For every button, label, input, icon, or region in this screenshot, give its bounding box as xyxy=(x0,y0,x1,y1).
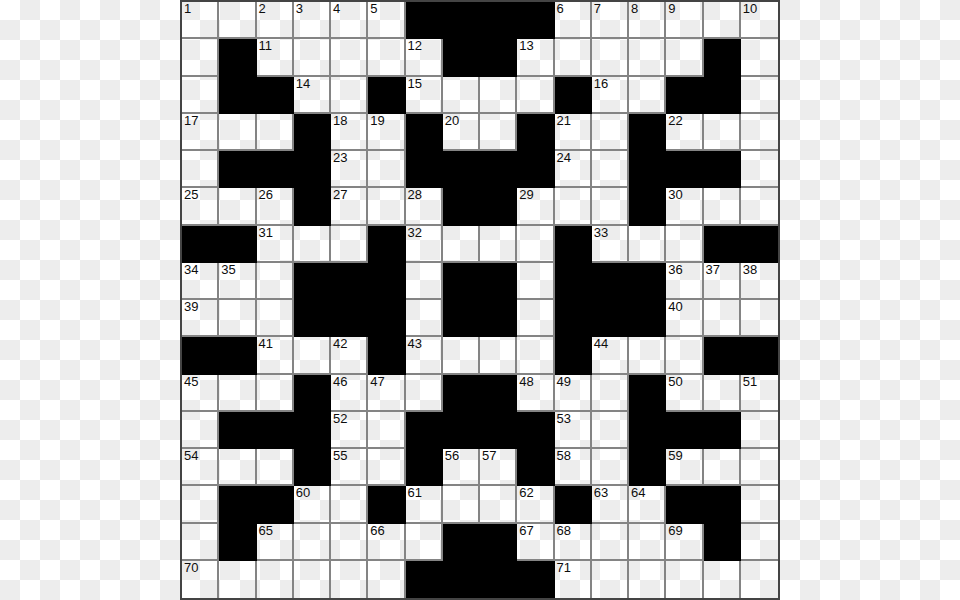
clue-number-17: 17 xyxy=(184,114,198,129)
black-cell-r14c6 xyxy=(368,486,405,523)
cell-r10c9[interactable] xyxy=(480,337,517,374)
black-cell-r12c13 xyxy=(629,412,666,449)
cell-r13c5[interactable]: 55 xyxy=(331,449,368,486)
cell-r5c16[interactable] xyxy=(741,151,778,188)
cell-r15c7[interactable] xyxy=(406,524,443,561)
cell-r7c13[interactable] xyxy=(629,226,666,263)
black-cell-r3c2 xyxy=(219,77,256,114)
cell-r3c16[interactable] xyxy=(741,77,778,114)
black-cell-r12c10 xyxy=(517,412,554,449)
black-cell-r13c7 xyxy=(406,449,443,486)
black-cell-r11c13 xyxy=(629,375,666,412)
clue-number-52: 52 xyxy=(333,412,347,427)
cell-r3c9[interactable] xyxy=(480,77,517,114)
cell-r5c1[interactable] xyxy=(182,151,219,188)
cell-r15c10[interactable]: 67 xyxy=(517,524,554,561)
clue-number-9: 9 xyxy=(668,2,675,17)
black-cell-r8c13 xyxy=(629,263,666,300)
black-cell-r5c10 xyxy=(517,151,554,188)
black-cell-r5c2 xyxy=(219,151,256,188)
cell-r16c12[interactable] xyxy=(592,561,629,598)
cell-r15c11[interactable]: 68 xyxy=(555,524,592,561)
clue-number-16: 16 xyxy=(594,77,608,92)
clue-number-45: 45 xyxy=(184,375,198,390)
cell-r1c13[interactable]: 8 xyxy=(629,2,666,39)
clue-number-33: 33 xyxy=(594,226,608,241)
cell-r16c14[interactable] xyxy=(666,561,703,598)
clue-number-8: 8 xyxy=(631,2,638,17)
cell-r6c6[interactable] xyxy=(368,188,405,225)
clue-number-26: 26 xyxy=(259,188,273,203)
clue-number-21: 21 xyxy=(557,114,571,129)
black-cell-r7c16 xyxy=(741,226,778,263)
cell-r2c4[interactable] xyxy=(294,39,331,76)
cell-r16c6[interactable] xyxy=(368,561,405,598)
cell-r12c16[interactable] xyxy=(741,412,778,449)
cell-r12c11[interactable]: 53 xyxy=(555,412,592,449)
black-cell-r4c4 xyxy=(294,114,331,151)
cell-r7c12[interactable]: 33 xyxy=(592,226,629,263)
clue-number-46: 46 xyxy=(333,375,347,390)
clue-number-15: 15 xyxy=(408,77,422,92)
cell-r10c10[interactable] xyxy=(517,337,554,374)
cell-r14c16[interactable] xyxy=(741,486,778,523)
clue-number-56: 56 xyxy=(445,449,459,464)
black-cell-r1c10 xyxy=(517,2,554,39)
cell-r13c9[interactable]: 57 xyxy=(480,449,517,486)
cell-r15c3[interactable]: 65 xyxy=(257,524,294,561)
cell-r14c13[interactable]: 64 xyxy=(629,486,666,523)
cell-r13c14[interactable]: 59 xyxy=(666,449,703,486)
cell-r5c5[interactable]: 23 xyxy=(331,151,368,188)
black-cell-r12c4 xyxy=(294,412,331,449)
clue-number-59: 59 xyxy=(668,449,682,464)
black-cell-r12c2 xyxy=(219,412,256,449)
cell-r4c15[interactable] xyxy=(704,114,741,151)
clue-number-1: 1 xyxy=(184,2,191,17)
cell-r6c11[interactable] xyxy=(555,188,592,225)
cell-r5c6[interactable] xyxy=(368,151,405,188)
clue-number-47: 47 xyxy=(370,375,384,390)
clue-number-30: 30 xyxy=(668,188,682,203)
clue-number-22: 22 xyxy=(668,114,682,129)
cell-r14c10[interactable]: 62 xyxy=(517,486,554,523)
black-cell-r10c16 xyxy=(741,337,778,374)
clue-number-58: 58 xyxy=(557,449,571,464)
black-cell-r7c6 xyxy=(368,226,405,263)
black-cell-r16c9 xyxy=(480,561,517,598)
clue-number-64: 64 xyxy=(631,486,645,501)
clue-number-28: 28 xyxy=(408,188,422,203)
clue-number-29: 29 xyxy=(519,188,533,203)
cell-r2c10[interactable]: 13 xyxy=(517,39,554,76)
cell-r1c11[interactable]: 6 xyxy=(555,2,592,39)
black-cell-r11c4 xyxy=(294,375,331,412)
cell-r15c1[interactable] xyxy=(182,524,219,561)
clue-number-62: 62 xyxy=(519,486,533,501)
cell-r9c10[interactable] xyxy=(517,300,554,337)
cell-r9c2[interactable] xyxy=(219,300,256,337)
clue-number-55: 55 xyxy=(333,449,347,464)
cell-r11c6[interactable]: 47 xyxy=(368,375,405,412)
clue-number-23: 23 xyxy=(333,151,347,166)
cell-r8c7[interactable] xyxy=(406,263,443,300)
page-background: { "game": "crossword", "board": { "rows"… xyxy=(0,0,960,600)
cell-r8c1[interactable]: 34 xyxy=(182,263,219,300)
cell-r4c12[interactable] xyxy=(592,114,629,151)
cell-r6c15[interactable] xyxy=(704,188,741,225)
black-cell-r1c9 xyxy=(480,2,517,39)
cell-r8c15[interactable]: 37 xyxy=(704,263,741,300)
cell-r11c11[interactable]: 49 xyxy=(555,375,592,412)
cell-r14c4[interactable]: 60 xyxy=(294,486,331,523)
black-cell-r13c10 xyxy=(517,449,554,486)
cell-r4c2[interactable] xyxy=(219,114,256,151)
clue-number-20: 20 xyxy=(445,114,459,129)
cell-r6c3[interactable]: 26 xyxy=(257,188,294,225)
black-cell-r16c10 xyxy=(517,561,554,598)
cell-r10c12[interactable]: 44 xyxy=(592,337,629,374)
cell-r3c5[interactable] xyxy=(331,77,368,114)
cell-r7c8[interactable] xyxy=(443,226,480,263)
clue-number-57: 57 xyxy=(482,449,496,464)
cell-r9c1[interactable]: 39 xyxy=(182,300,219,337)
black-cell-r12c15 xyxy=(704,412,741,449)
cell-r1c2[interactable] xyxy=(219,2,256,39)
cell-r11c7[interactable] xyxy=(406,375,443,412)
black-cell-r15c9 xyxy=(480,524,517,561)
clue-number-60: 60 xyxy=(296,486,310,501)
black-cell-r8c5 xyxy=(331,263,368,300)
cell-r13c2[interactable] xyxy=(219,449,256,486)
clue-number-49: 49 xyxy=(557,375,571,390)
cell-r11c10[interactable]: 48 xyxy=(517,375,554,412)
cell-r4c6[interactable]: 19 xyxy=(368,114,405,151)
cell-r12c12[interactable] xyxy=(592,412,629,449)
clue-number-67: 67 xyxy=(519,524,533,539)
clue-number-36: 36 xyxy=(668,263,682,278)
clue-number-24: 24 xyxy=(557,151,571,166)
black-cell-r1c8 xyxy=(443,2,480,39)
black-cell-r10c1 xyxy=(182,337,219,374)
clue-number-63: 63 xyxy=(594,486,608,501)
cell-r16c4[interactable] xyxy=(294,561,331,598)
black-cell-r10c15 xyxy=(704,337,741,374)
clue-number-68: 68 xyxy=(557,524,571,539)
cell-r9c16[interactable] xyxy=(741,300,778,337)
cell-r9c14[interactable]: 40 xyxy=(666,300,703,337)
clue-number-3: 3 xyxy=(296,2,303,17)
cell-r3c12[interactable]: 16 xyxy=(592,77,629,114)
clue-number-65: 65 xyxy=(259,524,273,539)
black-cell-r5c8 xyxy=(443,151,480,188)
black-cell-r2c8 xyxy=(443,39,480,76)
black-cell-r8c11 xyxy=(555,263,592,300)
cell-r7c3[interactable]: 31 xyxy=(257,226,294,263)
black-cell-r6c8 xyxy=(443,188,480,225)
cell-r1c14[interactable]: 9 xyxy=(666,2,703,39)
black-cell-r4c13 xyxy=(629,114,666,151)
cell-r11c16[interactable]: 51 xyxy=(741,375,778,412)
cell-r13c3[interactable] xyxy=(257,449,294,486)
clue-number-41: 41 xyxy=(259,337,273,352)
clue-number-2: 2 xyxy=(259,2,266,17)
black-cell-r3c3 xyxy=(257,77,294,114)
black-cell-r14c3 xyxy=(257,486,294,523)
cell-r12c1[interactable] xyxy=(182,412,219,449)
black-cell-r9c9 xyxy=(480,300,517,337)
clue-number-7: 7 xyxy=(594,2,601,17)
clue-number-43: 43 xyxy=(408,337,422,352)
black-cell-r15c2 xyxy=(219,524,256,561)
cell-r2c13[interactable] xyxy=(629,39,666,76)
cell-r8c3[interactable] xyxy=(257,263,294,300)
cell-r7c14[interactable] xyxy=(666,226,703,263)
cell-r15c14[interactable]: 69 xyxy=(666,524,703,561)
cell-r13c1[interactable]: 54 xyxy=(182,449,219,486)
clue-number-12: 12 xyxy=(408,39,422,54)
clue-number-14: 14 xyxy=(296,77,310,92)
cell-r1c1[interactable]: 1 xyxy=(182,2,219,39)
cell-r12c5[interactable]: 52 xyxy=(331,412,368,449)
cell-r3c13[interactable] xyxy=(629,77,666,114)
black-cell-r16c7 xyxy=(406,561,443,598)
cell-r2c12[interactable] xyxy=(592,39,629,76)
cell-r1c6[interactable]: 5 xyxy=(368,2,405,39)
cell-r10c7[interactable]: 43 xyxy=(406,337,443,374)
cell-r16c11[interactable]: 71 xyxy=(555,561,592,598)
cell-r3c7[interactable]: 15 xyxy=(406,77,443,114)
clue-number-35: 35 xyxy=(221,263,235,278)
cell-r10c13[interactable] xyxy=(629,337,666,374)
black-cell-r14c2 xyxy=(219,486,256,523)
cell-r4c8[interactable]: 20 xyxy=(443,114,480,151)
crossword-board: 1234567891011121314151617181920212223242… xyxy=(180,0,780,600)
cell-r11c1[interactable]: 45 xyxy=(182,375,219,412)
cell-r6c5[interactable]: 27 xyxy=(331,188,368,225)
cell-r4c16[interactable] xyxy=(741,114,778,151)
cell-r7c10[interactable] xyxy=(517,226,554,263)
black-cell-r5c13 xyxy=(629,151,666,188)
black-cell-r13c4 xyxy=(294,449,331,486)
cell-r11c12[interactable] xyxy=(592,375,629,412)
cell-r2c16[interactable] xyxy=(741,39,778,76)
cell-r10c3[interactable]: 41 xyxy=(257,337,294,374)
cell-r16c3[interactable] xyxy=(257,561,294,598)
cell-r2c14[interactable] xyxy=(666,39,703,76)
clue-number-32: 32 xyxy=(408,226,422,241)
cell-r4c14[interactable]: 22 xyxy=(666,114,703,151)
cell-r8c16[interactable]: 38 xyxy=(741,263,778,300)
black-cell-r3c14 xyxy=(666,77,703,114)
cell-r14c5[interactable] xyxy=(331,486,368,523)
cell-r7c4[interactable] xyxy=(294,226,331,263)
cell-r15c13[interactable] xyxy=(629,524,666,561)
black-cell-r9c13 xyxy=(629,300,666,337)
black-cell-r5c15 xyxy=(704,151,741,188)
clue-number-34: 34 xyxy=(184,263,198,278)
cell-r16c1[interactable]: 70 xyxy=(182,561,219,598)
clue-number-37: 37 xyxy=(706,263,720,278)
clue-number-31: 31 xyxy=(259,226,273,241)
black-cell-r7c15 xyxy=(704,226,741,263)
black-cell-r2c9 xyxy=(480,39,517,76)
cell-r8c14[interactable]: 36 xyxy=(666,263,703,300)
cell-r3c4[interactable]: 14 xyxy=(294,77,331,114)
clue-number-5: 5 xyxy=(370,2,377,17)
cell-r6c10[interactable]: 29 xyxy=(517,188,554,225)
cell-r6c16[interactable] xyxy=(741,188,778,225)
cell-r16c5[interactable] xyxy=(331,561,368,598)
cell-r8c10[interactable] xyxy=(517,263,554,300)
clue-number-50: 50 xyxy=(668,375,682,390)
cell-r6c14[interactable]: 30 xyxy=(666,188,703,225)
black-cell-r5c4 xyxy=(294,151,331,188)
black-cell-r8c12 xyxy=(592,263,629,300)
cell-r2c11[interactable] xyxy=(555,39,592,76)
cell-r8c2[interactable]: 35 xyxy=(219,263,256,300)
cell-r2c1[interactable] xyxy=(182,39,219,76)
clue-number-19: 19 xyxy=(370,114,384,129)
black-cell-r9c6 xyxy=(368,300,405,337)
black-cell-r8c6 xyxy=(368,263,405,300)
cell-r16c16[interactable] xyxy=(741,561,778,598)
cell-r1c12[interactable]: 7 xyxy=(592,2,629,39)
cell-r12c6[interactable] xyxy=(368,412,405,449)
cell-r7c5[interactable] xyxy=(331,226,368,263)
cell-r9c7[interactable] xyxy=(406,300,443,337)
black-cell-r2c2 xyxy=(219,39,256,76)
black-cell-r14c11 xyxy=(555,486,592,523)
clue-number-42: 42 xyxy=(333,337,347,352)
cell-r1c4[interactable]: 3 xyxy=(294,2,331,39)
cell-r11c3[interactable] xyxy=(257,375,294,412)
black-cell-r5c3 xyxy=(257,151,294,188)
cell-r16c2[interactable] xyxy=(219,561,256,598)
cell-r3c1[interactable] xyxy=(182,77,219,114)
cell-r11c15[interactable] xyxy=(704,375,741,412)
cell-r13c12[interactable] xyxy=(592,449,629,486)
cell-r14c7[interactable]: 61 xyxy=(406,486,443,523)
cell-r7c9[interactable] xyxy=(480,226,517,263)
cell-r15c5[interactable] xyxy=(331,524,368,561)
clue-number-10: 10 xyxy=(743,2,757,17)
black-cell-r11c9 xyxy=(480,375,517,412)
cell-r4c11[interactable]: 21 xyxy=(555,114,592,151)
cell-r2c3[interactable]: 11 xyxy=(257,39,294,76)
cell-r10c8[interactable] xyxy=(443,337,480,374)
black-cell-r8c4 xyxy=(294,263,331,300)
black-cell-r3c15 xyxy=(704,77,741,114)
cell-r14c12[interactable]: 63 xyxy=(592,486,629,523)
cell-r2c5[interactable] xyxy=(331,39,368,76)
clue-number-38: 38 xyxy=(743,263,757,278)
cell-r10c5[interactable]: 42 xyxy=(331,337,368,374)
clue-number-69: 69 xyxy=(668,524,682,539)
cell-r1c16[interactable]: 10 xyxy=(741,2,778,39)
cell-r14c1[interactable] xyxy=(182,486,219,523)
cell-r4c5[interactable]: 18 xyxy=(331,114,368,151)
cell-r3c10[interactable] xyxy=(517,77,554,114)
black-cell-r12c7 xyxy=(406,412,443,449)
black-cell-r11c8 xyxy=(443,375,480,412)
cell-r9c15[interactable] xyxy=(704,300,741,337)
cell-r14c9[interactable] xyxy=(480,486,517,523)
clue-number-48: 48 xyxy=(519,375,533,390)
cell-r9c3[interactable] xyxy=(257,300,294,337)
cell-r11c2[interactable] xyxy=(219,375,256,412)
cell-r13c16[interactable] xyxy=(741,449,778,486)
black-cell-r16c8 xyxy=(443,561,480,598)
clue-number-6: 6 xyxy=(557,2,564,17)
black-cell-r6c4 xyxy=(294,188,331,225)
black-cell-r8c9 xyxy=(480,263,517,300)
black-cell-r3c11 xyxy=(555,77,592,114)
cell-r1c3[interactable]: 2 xyxy=(257,2,294,39)
clue-number-25: 25 xyxy=(184,188,198,203)
black-cell-r6c13 xyxy=(629,188,666,225)
black-cell-r7c2 xyxy=(219,226,256,263)
black-cell-r14c14 xyxy=(666,486,703,523)
cell-r6c1[interactable]: 25 xyxy=(182,188,219,225)
cell-r15c6[interactable]: 66 xyxy=(368,524,405,561)
black-cell-r9c8 xyxy=(443,300,480,337)
cell-r6c7[interactable]: 28 xyxy=(406,188,443,225)
cell-r2c7[interactable]: 12 xyxy=(406,39,443,76)
cell-r16c13[interactable] xyxy=(629,561,666,598)
black-cell-r9c5 xyxy=(331,300,368,337)
black-cell-r8c8 xyxy=(443,263,480,300)
clue-number-53: 53 xyxy=(557,412,571,427)
cell-r13c11[interactable]: 58 xyxy=(555,449,592,486)
cell-r13c8[interactable]: 56 xyxy=(443,449,480,486)
black-cell-r5c14 xyxy=(666,151,703,188)
clue-number-18: 18 xyxy=(333,114,347,129)
cell-r11c5[interactable]: 46 xyxy=(331,375,368,412)
black-cell-r1c7 xyxy=(406,2,443,39)
black-cell-r3c6 xyxy=(368,77,405,114)
cell-r10c4[interactable] xyxy=(294,337,331,374)
cell-r4c9[interactable] xyxy=(480,114,517,151)
cell-r5c11[interactable]: 24 xyxy=(555,151,592,188)
cell-r13c15[interactable] xyxy=(704,449,741,486)
cell-r1c5[interactable]: 4 xyxy=(331,2,368,39)
cell-r4c3[interactable] xyxy=(257,114,294,151)
clue-number-51: 51 xyxy=(743,375,757,390)
cell-r6c2[interactable] xyxy=(219,188,256,225)
cell-r11c14[interactable]: 50 xyxy=(666,375,703,412)
cell-r15c4[interactable] xyxy=(294,524,331,561)
cell-r15c12[interactable] xyxy=(592,524,629,561)
black-cell-r13c13 xyxy=(629,449,666,486)
cell-r15c16[interactable] xyxy=(741,524,778,561)
cell-r1c15[interactable] xyxy=(704,2,741,39)
clue-number-44: 44 xyxy=(594,337,608,352)
cell-r5c12[interactable] xyxy=(592,151,629,188)
cell-r4c1[interactable]: 17 xyxy=(182,114,219,151)
cell-r14c8[interactable] xyxy=(443,486,480,523)
cell-r10c14[interactable] xyxy=(666,337,703,374)
black-cell-r10c6 xyxy=(368,337,405,374)
cell-r13c6[interactable] xyxy=(368,449,405,486)
cell-r2c6[interactable] xyxy=(368,39,405,76)
black-cell-r10c11 xyxy=(555,337,592,374)
cell-r16c15[interactable] xyxy=(704,561,741,598)
cell-r6c12[interactable] xyxy=(592,188,629,225)
clue-number-4: 4 xyxy=(333,2,340,17)
cell-r7c7[interactable]: 32 xyxy=(406,226,443,263)
cell-r3c8[interactable] xyxy=(443,77,480,114)
